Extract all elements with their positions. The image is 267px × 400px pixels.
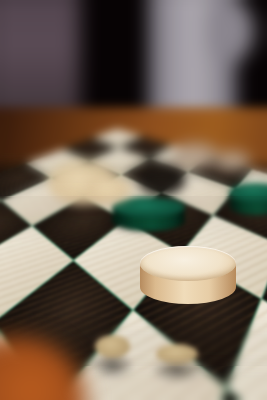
checkers-closeup-photo	[0, 0, 267, 400]
checkers-board	[0, 0, 267, 366]
